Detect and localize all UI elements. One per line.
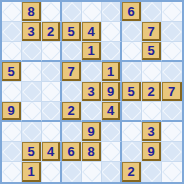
given-tile: 3 — [142, 122, 161, 141]
given-tile: 9 — [142, 142, 161, 161]
given-cell-r5c5: 3 — [82, 82, 102, 102]
given-digit: 5 — [147, 44, 154, 57]
given-tile: 1 — [22, 162, 41, 182]
given-tile: 8 — [82, 142, 101, 161]
empty-cell-r9c5[interactable] — [82, 162, 102, 182]
empty-cell-r6c5[interactable] — [82, 102, 102, 122]
diamond-pattern — [162, 102, 182, 121]
diamond-pattern — [102, 22, 121, 41]
given-cell-r2c3: 2 — [42, 22, 62, 42]
diamond-pattern — [42, 82, 61, 101]
given-digit: 7 — [67, 65, 74, 78]
given-digit: 8 — [27, 5, 34, 18]
diamond-pattern — [42, 162, 61, 182]
diamond-pattern — [82, 62, 101, 81]
empty-cell-r4c5[interactable] — [82, 62, 102, 82]
empty-cell-r9c3[interactable] — [42, 162, 62, 182]
diamond-pattern — [22, 42, 41, 61]
diamond-pattern — [162, 122, 182, 141]
given-cell-r9c7: 2 — [122, 162, 142, 182]
diamond-pattern — [22, 62, 41, 81]
empty-cell-r7c1[interactable] — [2, 122, 22, 142]
empty-cell-r3c2[interactable] — [22, 42, 42, 62]
empty-cell-r5c1[interactable] — [2, 82, 22, 102]
given-digit: 6 — [67, 145, 74, 158]
diamond-pattern — [102, 142, 121, 161]
given-tile: 4 — [82, 22, 101, 41]
diamond-pattern — [142, 2, 161, 21]
empty-cell-r3c4[interactable] — [62, 42, 82, 62]
given-cell-r5c6: 9 — [102, 82, 122, 102]
diamond-pattern — [2, 142, 21, 161]
given-tile: 6 — [122, 2, 141, 21]
empty-cell-r4c9[interactable] — [162, 62, 182, 82]
given-cell-r2c4: 5 — [62, 22, 82, 42]
empty-cell-r9c9[interactable] — [162, 162, 182, 182]
diamond-pattern — [82, 102, 101, 121]
empty-cell-r1c9[interactable] — [162, 2, 182, 22]
empty-cell-r3c3[interactable] — [42, 42, 62, 62]
given-digit: 3 — [147, 125, 154, 138]
diamond-pattern — [122, 142, 141, 161]
given-cell-r3c8: 5 — [142, 42, 162, 62]
given-digit: 2 — [147, 85, 154, 98]
given-digit: 7 — [147, 25, 154, 38]
diamond-pattern — [122, 102, 141, 121]
empty-cell-r1c3[interactable] — [42, 2, 62, 22]
given-cell-r7c5: 9 — [82, 122, 102, 142]
given-cell-r2c5: 4 — [82, 22, 102, 42]
given-tile: 2 — [42, 22, 60, 41]
diamond-pattern — [22, 82, 41, 101]
empty-cell-r6c3[interactable] — [42, 102, 62, 122]
diamond-pattern — [122, 42, 141, 61]
empty-cell-r1c1[interactable] — [2, 2, 22, 22]
empty-cell-r4c8[interactable] — [142, 62, 162, 82]
given-digit: 5 — [67, 25, 74, 38]
given-digit: 4 — [87, 25, 94, 38]
diamond-pattern — [82, 162, 101, 182]
diamond-pattern — [2, 162, 21, 182]
given-digit: 2 — [127, 165, 134, 178]
given-cell-r2c2: 3 — [22, 22, 42, 42]
given-tile: 4 — [102, 102, 120, 120]
diamond-pattern — [42, 42, 61, 61]
diamond-pattern — [82, 2, 101, 21]
given-tile: 8 — [22, 2, 41, 21]
diamond-pattern — [162, 2, 182, 21]
given-cell-r1c7: 6 — [122, 2, 142, 22]
diamond-pattern — [122, 62, 141, 81]
empty-cell-r5c2[interactable] — [22, 82, 42, 102]
given-digit: 9 — [107, 85, 114, 98]
given-cell-r4c4: 7 — [62, 62, 82, 82]
given-tile: 2 — [62, 102, 81, 120]
given-cell-r4c6: 1 — [102, 62, 122, 82]
diamond-pattern — [102, 2, 121, 21]
diamond-pattern — [162, 62, 182, 81]
given-cell-r2c8: 7 — [142, 22, 162, 42]
given-cell-r6c1: 9 — [2, 102, 22, 122]
diamond-pattern — [42, 102, 61, 121]
diamond-pattern — [162, 142, 182, 161]
given-cell-r5c9: 7 — [162, 82, 182, 102]
given-cell-r4c1: 5 — [2, 62, 22, 82]
diamond-pattern — [2, 2, 21, 21]
given-cell-r5c7: 5 — [122, 82, 142, 102]
empty-cell-r7c9[interactable] — [162, 122, 182, 142]
empty-cell-r4c3[interactable] — [42, 62, 62, 82]
empty-cell-r5c3[interactable] — [42, 82, 62, 102]
empty-cell-r3c7[interactable] — [122, 42, 142, 62]
given-digit: 6 — [127, 5, 134, 18]
diamond-pattern — [42, 122, 61, 141]
given-digit: 9 — [147, 145, 154, 158]
diamond-pattern — [62, 122, 81, 141]
diamond-pattern — [162, 162, 182, 182]
empty-cell-r7c6[interactable] — [102, 122, 122, 142]
diamond-pattern — [102, 42, 121, 61]
given-cell-r8c5: 8 — [82, 142, 102, 162]
diamond-pattern — [42, 2, 61, 21]
diamond-pattern — [162, 22, 182, 41]
empty-cell-r6c9[interactable] — [162, 102, 182, 122]
given-digit: 9 — [87, 125, 94, 138]
given-digit: 1 — [87, 44, 94, 57]
given-cell-r8c8: 9 — [142, 142, 162, 162]
diamond-pattern — [102, 162, 121, 182]
given-digit: 2 — [47, 25, 54, 38]
empty-cell-r7c7[interactable] — [122, 122, 142, 142]
diamond-pattern — [122, 122, 141, 141]
diamond-pattern — [22, 122, 41, 141]
empty-cell-r8c6[interactable] — [102, 142, 122, 162]
empty-cell-r6c7[interactable] — [122, 102, 142, 122]
given-cell-r5c8: 2 — [142, 82, 162, 102]
given-cell-r6c6: 4 — [102, 102, 122, 122]
given-tile: 6 — [62, 142, 81, 161]
empty-cell-r6c2[interactable] — [22, 102, 42, 122]
given-digit: 3 — [87, 85, 94, 98]
empty-cell-r8c1[interactable] — [2, 142, 22, 162]
given-digit: 5 — [127, 85, 134, 98]
given-cell-r8c3: 4 — [42, 142, 62, 162]
empty-cell-r1c4[interactable] — [62, 2, 82, 22]
empty-cell-r1c6[interactable] — [102, 2, 122, 22]
diamond-pattern — [162, 42, 182, 61]
empty-cell-r1c8[interactable] — [142, 2, 162, 22]
empty-cell-r3c9[interactable] — [162, 42, 182, 62]
empty-cell-r3c1[interactable] — [2, 42, 22, 62]
given-tile: 5 — [142, 42, 161, 60]
diamond-pattern — [142, 62, 161, 81]
given-digit: 2 — [67, 104, 74, 117]
diamond-pattern — [2, 122, 21, 141]
given-cell-r7c8: 3 — [142, 122, 162, 142]
empty-cell-r4c7[interactable] — [122, 62, 142, 82]
diamond-pattern — [62, 2, 81, 21]
given-tile: 9 — [102, 82, 120, 101]
empty-cell-r7c3[interactable] — [42, 122, 62, 142]
given-digit: 9 — [7, 104, 14, 117]
diamond-pattern — [102, 122, 121, 141]
given-tile: 5 — [22, 142, 41, 161]
given-digit: 4 — [107, 104, 114, 117]
given-cell-r9c2: 1 — [22, 162, 42, 182]
given-tile: 7 — [142, 22, 161, 41]
given-cell-r8c2: 5 — [22, 142, 42, 162]
empty-cell-r7c2[interactable] — [22, 122, 42, 142]
sudoku-board: 86325471557139527924935468912 — [0, 0, 184, 184]
empty-cell-r9c8[interactable] — [142, 162, 162, 182]
given-digit: 8 — [87, 145, 94, 158]
empty-cell-r2c6[interactable] — [102, 22, 122, 42]
given-cell-r1c2: 8 — [22, 2, 42, 22]
given-digit: 4 — [47, 145, 54, 158]
empty-cell-r2c7[interactable] — [122, 22, 142, 42]
given-cell-r8c4: 6 — [62, 142, 82, 162]
given-tile: 2 — [122, 162, 141, 182]
empty-cell-r8c9[interactable] — [162, 142, 182, 162]
given-tile: 9 — [2, 102, 21, 120]
empty-cell-r9c6[interactable] — [102, 162, 122, 182]
empty-cell-r2c9[interactable] — [162, 22, 182, 42]
diamond-pattern — [122, 22, 141, 41]
empty-cell-r2c1[interactable] — [2, 22, 22, 42]
empty-cell-r5c4[interactable] — [62, 82, 82, 102]
given-tile: 2 — [142, 82, 161, 101]
given-digit: 1 — [27, 165, 34, 178]
diamond-pattern — [2, 82, 21, 101]
diamond-pattern — [142, 102, 161, 121]
given-cell-r3c5: 1 — [82, 42, 102, 62]
given-digit: 7 — [168, 85, 175, 98]
given-digit: 5 — [27, 145, 34, 158]
given-tile: 5 — [62, 22, 81, 41]
given-digit: 5 — [7, 65, 14, 78]
empty-cell-r3c6[interactable] — [102, 42, 122, 62]
empty-cell-r8c7[interactable] — [122, 142, 142, 162]
empty-cell-r9c1[interactable] — [2, 162, 22, 182]
given-tile: 7 — [162, 82, 182, 101]
given-tile: 9 — [82, 122, 101, 141]
given-tile: 5 — [122, 82, 141, 101]
empty-cell-r7c4[interactable] — [62, 122, 82, 142]
diamond-pattern — [62, 42, 81, 61]
given-tile: 1 — [82, 42, 101, 60]
diamond-pattern — [42, 62, 61, 81]
empty-cell-r4c2[interactable] — [22, 62, 42, 82]
diamond-pattern — [142, 162, 161, 182]
diamond-pattern — [22, 102, 41, 121]
given-tile: 5 — [2, 62, 21, 81]
diamond-pattern — [2, 22, 21, 41]
empty-cell-r1c5[interactable] — [82, 2, 102, 22]
given-tile: 1 — [102, 62, 120, 81]
given-tile: 3 — [82, 82, 101, 101]
empty-cell-r6c8[interactable] — [142, 102, 162, 122]
diamond-pattern — [62, 82, 81, 101]
given-tile: 4 — [42, 142, 60, 161]
diamond-pattern — [62, 162, 81, 182]
empty-cell-r9c4[interactable] — [62, 162, 82, 182]
given-tile: 7 — [62, 62, 81, 81]
given-cell-r6c4: 2 — [62, 102, 82, 122]
given-tile: 3 — [22, 22, 41, 41]
given-digit: 3 — [27, 25, 34, 38]
given-digit: 1 — [107, 65, 114, 78]
diamond-pattern — [2, 42, 21, 61]
